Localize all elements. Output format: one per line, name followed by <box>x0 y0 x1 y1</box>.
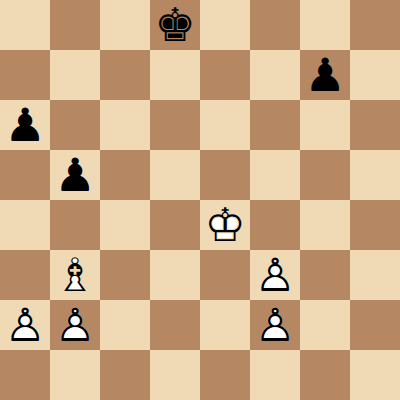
square-a6[interactable]: ♟ <box>0 100 50 150</box>
square-g8[interactable] <box>300 0 350 50</box>
square-a8[interactable] <box>0 0 50 50</box>
black-pawn-glyph: ♟ <box>54 152 95 198</box>
piece-white-pawn-b2[interactable]: ♟♙ <box>54 302 95 348</box>
square-e7[interactable] <box>200 50 250 100</box>
square-c8[interactable] <box>100 0 150 50</box>
square-f3[interactable]: ♟♙ <box>250 250 300 300</box>
square-f1[interactable] <box>250 350 300 400</box>
square-g4[interactable] <box>300 200 350 250</box>
square-b5[interactable]: ♟ <box>50 150 100 200</box>
square-h7[interactable] <box>350 50 400 100</box>
square-d6[interactable] <box>150 100 200 150</box>
square-d7[interactable] <box>150 50 200 100</box>
square-g1[interactable] <box>300 350 350 400</box>
square-d1[interactable] <box>150 350 200 400</box>
square-g3[interactable] <box>300 250 350 300</box>
square-e1[interactable] <box>200 350 250 400</box>
square-b4[interactable] <box>50 200 100 250</box>
square-h5[interactable] <box>350 150 400 200</box>
piece-white-king-e4[interactable]: ♚♔ <box>204 202 245 248</box>
piece-black-pawn-b5[interactable]: ♟ <box>54 152 95 198</box>
white-pawn-glyph: ♙ <box>54 302 95 348</box>
white-bishop-glyph: ♗ <box>54 252 95 298</box>
square-g2[interactable] <box>300 300 350 350</box>
square-f7[interactable] <box>250 50 300 100</box>
square-a3[interactable] <box>0 250 50 300</box>
square-a1[interactable] <box>0 350 50 400</box>
square-f4[interactable] <box>250 200 300 250</box>
square-b6[interactable] <box>50 100 100 150</box>
square-b7[interactable] <box>50 50 100 100</box>
square-d5[interactable] <box>150 150 200 200</box>
black-king-glyph: ♚ <box>154 2 195 48</box>
piece-white-pawn-f2[interactable]: ♟♙ <box>254 302 295 348</box>
square-e3[interactable] <box>200 250 250 300</box>
square-b2[interactable]: ♟♙ <box>50 300 100 350</box>
square-h4[interactable] <box>350 200 400 250</box>
square-d8[interactable]: ♚ <box>150 0 200 50</box>
square-g6[interactable] <box>300 100 350 150</box>
square-h3[interactable] <box>350 250 400 300</box>
square-c1[interactable] <box>100 350 150 400</box>
square-f8[interactable] <box>250 0 300 50</box>
square-c2[interactable] <box>100 300 150 350</box>
square-c7[interactable] <box>100 50 150 100</box>
black-pawn-glyph: ♟ <box>4 102 45 148</box>
square-h2[interactable] <box>350 300 400 350</box>
square-a4[interactable] <box>0 200 50 250</box>
square-e5[interactable] <box>200 150 250 200</box>
square-d2[interactable] <box>150 300 200 350</box>
piece-black-pawn-g7[interactable]: ♟ <box>304 52 345 98</box>
square-c5[interactable] <box>100 150 150 200</box>
square-f5[interactable] <box>250 150 300 200</box>
square-e8[interactable] <box>200 0 250 50</box>
piece-black-pawn-a6[interactable]: ♟ <box>4 102 45 148</box>
square-h1[interactable] <box>350 350 400 400</box>
square-h8[interactable] <box>350 0 400 50</box>
white-pawn-glyph: ♙ <box>254 252 295 298</box>
piece-white-pawn-a2[interactable]: ♟♙ <box>4 302 45 348</box>
square-d3[interactable] <box>150 250 200 300</box>
square-a7[interactable] <box>0 50 50 100</box>
square-c3[interactable] <box>100 250 150 300</box>
white-pawn-glyph: ♙ <box>254 302 295 348</box>
square-h6[interactable] <box>350 100 400 150</box>
white-pawn-glyph: ♙ <box>4 302 45 348</box>
square-f2[interactable]: ♟♙ <box>250 300 300 350</box>
square-a5[interactable] <box>0 150 50 200</box>
square-a2[interactable]: ♟♙ <box>0 300 50 350</box>
square-d4[interactable] <box>150 200 200 250</box>
chess-board: ♚♟♟♟♚♔♝♗♟♙♟♙♟♙♟♙ <box>0 0 400 400</box>
square-b8[interactable] <box>50 0 100 50</box>
black-pawn-glyph: ♟ <box>304 52 345 98</box>
piece-white-bishop-b3[interactable]: ♝♗ <box>54 252 95 298</box>
square-e6[interactable] <box>200 100 250 150</box>
square-b3[interactable]: ♝♗ <box>50 250 100 300</box>
piece-black-king-d8[interactable]: ♚ <box>154 2 195 48</box>
square-c6[interactable] <box>100 100 150 150</box>
white-king-glyph: ♔ <box>204 202 245 248</box>
square-f6[interactable] <box>250 100 300 150</box>
square-g5[interactable] <box>300 150 350 200</box>
square-b1[interactable] <box>50 350 100 400</box>
square-c4[interactable] <box>100 200 150 250</box>
square-g7[interactable]: ♟ <box>300 50 350 100</box>
square-e2[interactable] <box>200 300 250 350</box>
piece-white-pawn-f3[interactable]: ♟♙ <box>254 252 295 298</box>
square-e4[interactable]: ♚♔ <box>200 200 250 250</box>
